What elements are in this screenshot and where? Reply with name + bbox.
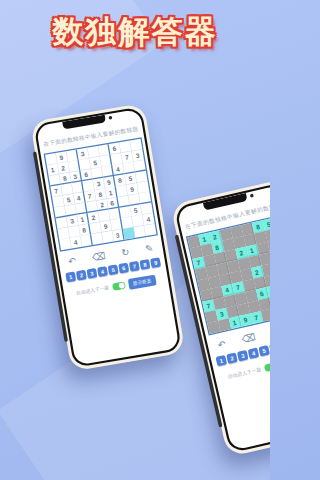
number-button-2[interactable]: 2 bbox=[76, 270, 87, 281]
number-button-3[interactable]: 3 bbox=[87, 268, 98, 279]
redo-icon[interactable]: ↻ bbox=[121, 247, 130, 258]
pencil-icon[interactable]: ✎ bbox=[144, 243, 153, 254]
number-button-4[interactable]: 4 bbox=[248, 347, 260, 359]
phone-bezel: 在下面的数独格中输入要解的数独题 93612573836473985547819… bbox=[33, 106, 181, 367]
phone-notch bbox=[62, 115, 106, 130]
app-screen: 在下面的数独格中输入要解的数独题 93612573836473985547819… bbox=[36, 109, 180, 366]
undo-icon[interactable]: ↶ bbox=[67, 256, 76, 267]
sudoku-cell[interactable] bbox=[144, 224, 156, 236]
number-button-7[interactable]: 7 bbox=[129, 261, 140, 272]
auto-next-toggle[interactable] bbox=[112, 281, 126, 290]
number-button-6[interactable]: 6 bbox=[118, 263, 129, 274]
phone-notch bbox=[203, 193, 248, 211]
app-title: 数独解答器 bbox=[0, 11, 270, 53]
eraser-icon[interactable]: ⌫ bbox=[241, 332, 257, 345]
sudoku-grid: 12858472124776832197 bbox=[186, 214, 270, 336]
number-button-5[interactable]: 5 bbox=[258, 345, 270, 357]
camera-icon bbox=[108, 116, 112, 120]
number-button-2[interactable]: 2 bbox=[226, 352, 238, 364]
show-answer-button[interactable]: 显示答案 bbox=[128, 275, 157, 290]
auto-next-toggle[interactable] bbox=[264, 362, 270, 372]
camera-icon bbox=[250, 193, 254, 197]
number-button-8[interactable]: 8 bbox=[140, 259, 151, 270]
number-button-1[interactable]: 1 bbox=[65, 271, 76, 282]
phone-mockup-input: 在下面的数独格中输入要解的数独题 93612573836473985547819… bbox=[30, 103, 185, 371]
toggle-label: 自动进入下一题 bbox=[227, 366, 261, 380]
number-button-1[interactable]: 1 bbox=[215, 355, 227, 367]
undo-icon[interactable]: ↶ bbox=[217, 339, 227, 350]
number-button-4[interactable]: 4 bbox=[97, 266, 108, 277]
sudoku-cell[interactable] bbox=[261, 308, 270, 321]
sudoku-grid: 9361257383647398554781926312589443 bbox=[43, 137, 157, 251]
number-button-3[interactable]: 3 bbox=[237, 350, 249, 362]
eraser-icon[interactable]: ⌫ bbox=[91, 251, 106, 263]
toggle-label: 自动进入下一题 bbox=[76, 285, 110, 297]
number-button-5[interactable]: 5 bbox=[108, 264, 119, 275]
toggle-knob bbox=[118, 282, 124, 288]
number-button-9[interactable]: 9 bbox=[150, 257, 161, 268]
